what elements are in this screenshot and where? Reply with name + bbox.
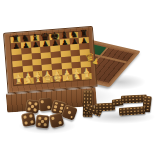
- board-square[interactable]: ♛: [43, 76, 53, 83]
- die-pip: [34, 103, 37, 106]
- die-pip: [68, 111, 71, 114]
- die-pip: [28, 108, 31, 111]
- die-pip: [41, 101, 44, 104]
- die-pip: [66, 107, 69, 110]
- board-square[interactable]: ♝: [33, 77, 43, 84]
- die-pip: [34, 108, 37, 111]
- board-square[interactable]: ♜: [82, 73, 92, 80]
- die-pip: [61, 103, 64, 106]
- die-pip: [53, 109, 56, 112]
- die-pip: [29, 115, 32, 118]
- die-pip: [54, 105, 57, 108]
- chess-board[interactable]: ♜♞♝♛♚♝♞♜♟♟♟♟♟♟♟♟♟♟♟♟♟♟♟♟♜♞♝♛♚♝♞♜: [9, 30, 91, 86]
- board-square[interactable]: ♝: [62, 75, 72, 82]
- board-square[interactable]: ♞: [23, 78, 33, 85]
- board-square[interactable]: ♚: [53, 75, 63, 82]
- board-square[interactable]: ♜: [14, 78, 24, 85]
- board-square[interactable]: ♞: [72, 74, 82, 81]
- die-pip: [24, 116, 27, 119]
- die-pip: [70, 115, 73, 118]
- dice-shadow: [18, 118, 76, 134]
- board-frame: ♜♞♝♛♚♝♞♜♟♟♟♟♟♟♟♟♟♟♟♟♟♟♟♟♜♞♝♛♚♝♞♜: [3, 26, 98, 94]
- product-photo: ♜♞♝♛♚♝♞♜♟♟♟♟♟♟♟♟♟♟♟♟♟♟♟♟♜♞♝♛♚♝♞♜ ♛ ♟: [0, 0, 160, 160]
- die-pip: [60, 107, 63, 110]
- die-pip: [47, 106, 50, 109]
- die-pip: [55, 102, 58, 105]
